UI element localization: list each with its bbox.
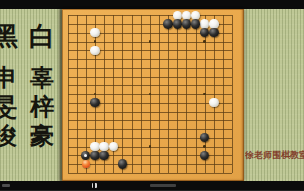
- black-label: 黑: [0, 22, 19, 50]
- grid-line-vertical: [232, 15, 233, 173]
- grid-line-horizontal: [68, 15, 233, 16]
- grid-line-horizontal: [68, 85, 233, 86]
- black-stone: [200, 28, 209, 37]
- black-stone: [163, 19, 172, 28]
- grid-line-horizontal: [68, 173, 233, 174]
- go-board: [62, 9, 244, 181]
- black-stone: [99, 151, 108, 160]
- grid-line-horizontal: [68, 59, 233, 60]
- black-stone: [173, 19, 182, 28]
- black-stone: [182, 19, 191, 28]
- black-stone: [209, 28, 218, 37]
- white-stone: [90, 28, 99, 37]
- video-frame: 黑 申旻埈 白 辜梓豪 徐老师围棋教室: [0, 0, 304, 190]
- black-stone: [90, 151, 99, 160]
- black-stone: [200, 133, 209, 142]
- white-stone: [209, 98, 218, 107]
- grid-line-horizontal: [68, 68, 233, 69]
- black-stone: [200, 151, 209, 160]
- white-player-column: 白 辜梓豪: [28, 22, 56, 150]
- white-label: 白: [28, 22, 56, 50]
- watermark: 徐老师围棋教室: [245, 149, 304, 161]
- pause-icon[interactable]: [92, 183, 97, 188]
- grid-line-horizontal: [68, 77, 233, 78]
- star-point: [203, 145, 206, 148]
- star-point: [94, 40, 97, 43]
- black-stone: [191, 19, 200, 28]
- black-stone: [90, 98, 99, 107]
- white-stone: [99, 142, 108, 151]
- letterbox-top: [0, 0, 304, 9]
- grid-line-horizontal: [68, 129, 233, 130]
- black-player-name: 申旻埈: [0, 63, 19, 150]
- player-control-bar[interactable]: [0, 181, 304, 191]
- star-point: [149, 40, 152, 43]
- orange-marker: [82, 160, 90, 168]
- white-player-name: 辜梓豪: [28, 63, 56, 150]
- grid-line-horizontal: [68, 120, 233, 121]
- black-stone: [118, 159, 127, 168]
- white-stone: [90, 46, 99, 55]
- white-stone: [109, 142, 118, 151]
- progress-fragment-icon: [2, 184, 10, 187]
- progress-text: [150, 184, 176, 188]
- star-point: [149, 145, 152, 148]
- white-stone: [90, 142, 99, 151]
- grid-line-horizontal: [68, 112, 233, 113]
- player-panel: 黑 申旻埈 白 辜梓豪: [0, 9, 62, 181]
- star-point: [203, 40, 206, 43]
- black-player-column: 黑 申旻埈: [0, 22, 19, 150]
- grid-line-horizontal: [68, 164, 233, 165]
